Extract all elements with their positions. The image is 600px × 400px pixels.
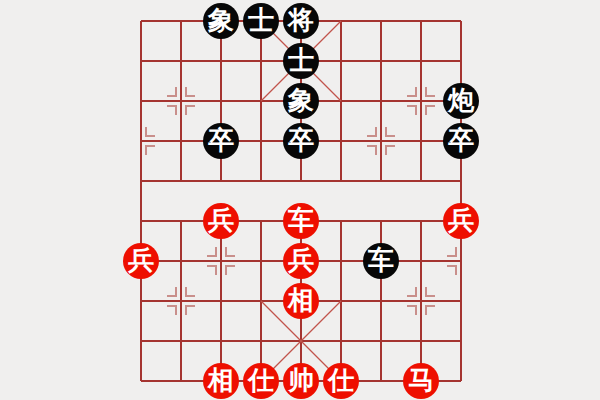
piece-label: 卒 [208,127,234,153]
piece-black-advisor-2[interactable]: 士 [283,43,319,79]
piece-black-pawn-1[interactable]: 卒 [203,123,239,159]
piece-black-advisor-1[interactable]: 士 [243,3,279,39]
piece-black-chariot-1[interactable]: 车 [363,243,399,279]
piece-black-elephant-1[interactable]: 象 [203,3,239,39]
piece-label: 士 [248,7,274,33]
piece-label: 仕 [248,367,274,393]
piece-red-general[interactable]: 帅 [283,363,319,399]
piece-black-general[interactable]: 将 [283,3,319,39]
piece-red-elephant-1[interactable]: 相 [283,283,319,319]
piece-label: 帅 [288,367,314,393]
piece-label: 象 [288,87,314,113]
piece-label: 兵 [288,247,314,273]
piece-red-pawn-3[interactable]: 兵 [123,243,159,279]
xiangqi-board: 象士将士象炮卒卒卒兵车兵兵兵车相相仕帅仕马 [0,0,600,400]
piece-red-pawn-1[interactable]: 兵 [203,203,239,239]
piece-label: 士 [288,47,314,73]
piece-label: 车 [288,207,314,233]
piece-red-horse-1[interactable]: 马 [403,363,439,399]
piece-red-pawn-4[interactable]: 兵 [283,243,319,279]
piece-label: 相 [288,287,314,313]
piece-black-elephant-2[interactable]: 象 [283,83,319,119]
piece-label: 炮 [448,87,474,113]
piece-label: 卒 [288,127,314,153]
piece-label: 兵 [128,247,154,273]
piece-label: 相 [208,367,234,393]
piece-label: 卒 [448,127,474,153]
piece-red-advisor-1[interactable]: 仕 [243,363,279,399]
piece-red-chariot-1[interactable]: 车 [283,203,319,239]
piece-label: 仕 [328,367,354,393]
piece-label: 将 [288,7,314,33]
piece-red-advisor-2[interactable]: 仕 [323,363,359,399]
piece-label: 兵 [208,207,234,233]
piece-red-pawn-2[interactable]: 兵 [443,203,479,239]
piece-black-pawn-3[interactable]: 卒 [443,123,479,159]
piece-red-elephant-2[interactable]: 相 [203,363,239,399]
piece-black-pawn-2[interactable]: 卒 [283,123,319,159]
piece-label: 马 [408,367,434,393]
piece-black-cannon-1[interactable]: 炮 [443,83,479,119]
piece-label: 车 [368,247,394,273]
piece-label: 兵 [448,207,474,233]
piece-label: 象 [208,7,234,33]
